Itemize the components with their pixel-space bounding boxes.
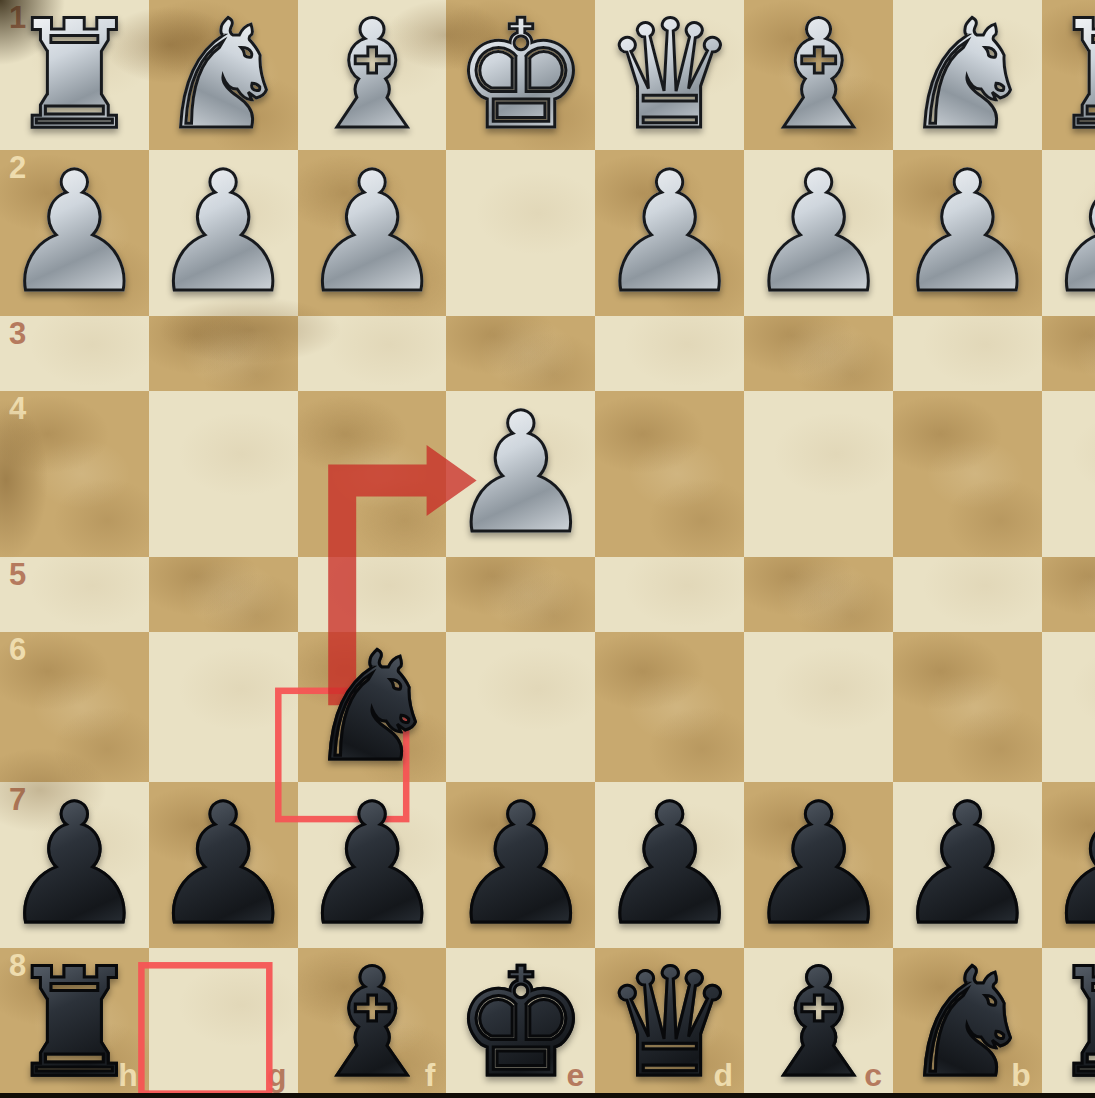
square-g5[interactable] [149,557,298,632]
white-pawn[interactable]: ♟ [446,391,595,557]
black-pawn[interactable]: ♟ [744,782,893,948]
white-king[interactable]: ♚ [446,0,595,150]
square-d6[interactable] [595,632,744,782]
square-d4[interactable] [595,391,744,557]
black-rook[interactable]: ♜ [0,948,149,1098]
square-g6[interactable] [149,632,298,782]
square-c2[interactable]: ♟ [744,150,893,316]
square-h7[interactable]: 7♟ [0,782,149,948]
black-pawn[interactable]: ♟ [0,782,149,948]
square-a5[interactable] [1042,557,1095,632]
white-queen[interactable]: ♛ [595,0,744,150]
square-f7[interactable]: ♟ [298,782,447,948]
black-king[interactable]: ♚ [446,948,595,1098]
square-f1[interactable]: ♝ [298,0,447,150]
square-a1[interactable]: ♜ [1042,0,1095,150]
white-pawn[interactable]: ♟ [744,150,893,316]
black-knight[interactable]: ♞ [298,632,447,782]
rank-label-6: 6 [9,634,26,665]
white-bishop[interactable]: ♝ [744,0,893,150]
square-b6[interactable] [893,632,1042,782]
square-d2[interactable]: ♟ [595,150,744,316]
square-e7[interactable]: ♟ [446,782,595,948]
square-e2[interactable] [446,150,595,316]
square-b4[interactable] [893,391,1042,557]
white-pawn[interactable]: ♟ [149,150,298,316]
white-pawn[interactable]: ♟ [595,150,744,316]
square-e4[interactable]: ♟ [446,391,595,557]
square-f8[interactable]: f♝ [298,948,447,1098]
rank-label-5: 5 [9,559,26,590]
white-rook[interactable]: ♜ [1042,0,1095,150]
black-pawn[interactable]: ♟ [893,782,1042,948]
square-b2[interactable]: ♟ [893,150,1042,316]
square-e1[interactable]: ♚ [446,0,595,150]
file-label-g: g [267,1059,287,1091]
square-a6[interactable] [1042,632,1095,782]
white-knight[interactable]: ♞ [893,0,1042,150]
chess-board: 1♜♞♝♚♛♝♞♜2♟♟♟♟♟♟♟34♟56♞7♟♟♟♟♟♟♟♟8h♜gf♝e♚… [0,0,1095,1098]
black-pawn[interactable]: ♟ [595,782,744,948]
square-f4[interactable] [298,391,447,557]
square-e6[interactable] [446,632,595,782]
square-d8[interactable]: d♛ [595,948,744,1098]
square-c8[interactable]: c♝ [744,948,893,1098]
black-knight[interactable]: ♞ [893,948,1042,1098]
square-h2[interactable]: 2♟ [0,150,149,316]
square-b8[interactable]: b♞ [893,948,1042,1098]
square-d1[interactable]: ♛ [595,0,744,150]
black-pawn[interactable]: ♟ [1042,782,1095,948]
board-bottom-edge [0,1093,1095,1098]
square-a8[interactable]: a♜ [1042,948,1095,1098]
square-a2[interactable]: ♟ [1042,150,1095,316]
square-c7[interactable]: ♟ [744,782,893,948]
square-h5[interactable]: 5 [0,557,149,632]
square-h1[interactable]: 1♜ [0,0,149,150]
square-h4[interactable]: 4 [0,391,149,557]
black-pawn[interactable]: ♟ [298,782,447,948]
black-queen[interactable]: ♛ [595,948,744,1098]
square-c1[interactable]: ♝ [744,0,893,150]
black-pawn[interactable]: ♟ [446,782,595,948]
square-g2[interactable]: ♟ [149,150,298,316]
square-h8[interactable]: 8h♜ [0,948,149,1098]
square-e8[interactable]: e♚ [446,948,595,1098]
white-knight[interactable]: ♞ [149,0,298,150]
black-pawn[interactable]: ♟ [149,782,298,948]
rank-label-4: 4 [9,393,26,424]
white-pawn[interactable]: ♟ [1042,150,1095,316]
white-pawn[interactable]: ♟ [298,150,447,316]
white-pawn[interactable]: ♟ [893,150,1042,316]
square-g7[interactable]: ♟ [149,782,298,948]
square-c4[interactable] [744,391,893,557]
square-b1[interactable]: ♞ [893,0,1042,150]
white-rook[interactable]: ♜ [0,0,149,150]
square-d5[interactable] [595,557,744,632]
square-d7[interactable]: ♟ [595,782,744,948]
square-h6[interactable]: 6 [0,632,149,782]
square-c5[interactable] [744,557,893,632]
square-f2[interactable]: ♟ [298,150,447,316]
white-bishop[interactable]: ♝ [298,0,447,150]
square-a7[interactable]: ♟ [1042,782,1095,948]
square-g1[interactable]: ♞ [149,0,298,150]
square-a4[interactable] [1042,391,1095,557]
square-b5[interactable] [893,557,1042,632]
square-g8[interactable]: g [149,948,298,1098]
black-bishop[interactable]: ♝ [298,948,447,1098]
square-g4[interactable] [149,391,298,557]
square-b7[interactable]: ♟ [893,782,1042,948]
square-f6[interactable]: ♞ [298,632,447,782]
black-bishop[interactable]: ♝ [744,948,893,1098]
square-c6[interactable] [744,632,893,782]
white-pawn[interactable]: ♟ [0,150,149,316]
black-rook[interactable]: ♜ [1042,948,1095,1098]
